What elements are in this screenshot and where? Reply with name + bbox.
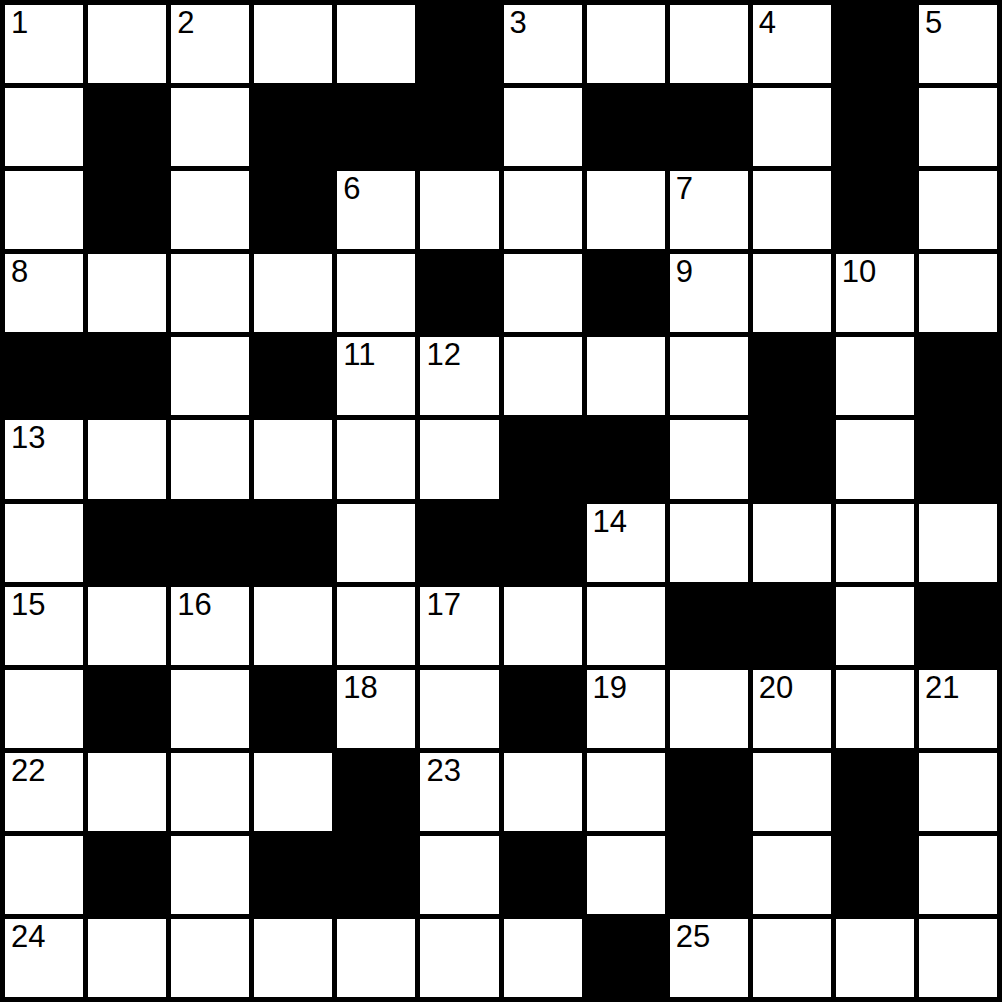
clue-number-22: 22 (11, 755, 45, 788)
block-cell-r9c7 (504, 670, 582, 748)
letter-cell-r4c1[interactable]: 8 (5, 254, 83, 332)
letter-cell-r5c8[interactable] (587, 337, 665, 415)
clue-number-24: 24 (11, 921, 45, 954)
letter-cell-r12c5[interactable] (337, 919, 415, 997)
crossword-grid: 1234567891011121314151617181920212223242… (0, 0, 1002, 1002)
letter-cell-r3c1[interactable] (5, 171, 83, 249)
letter-cell-r3c5[interactable]: 6 (337, 171, 415, 249)
letter-cell-r11c12[interactable] (919, 836, 997, 914)
letter-cell-r3c8[interactable] (587, 171, 665, 249)
block-cell-r3c11 (836, 171, 914, 249)
letter-cell-r8c8[interactable] (587, 587, 665, 665)
letter-cell-r10c12[interactable] (919, 753, 997, 831)
letter-cell-r12c3[interactable] (171, 919, 249, 997)
block-cell-r11c5 (337, 836, 415, 914)
clue-number-19: 19 (593, 672, 627, 705)
letter-cell-r10c3[interactable] (171, 753, 249, 831)
block-cell-r11c2 (88, 836, 166, 914)
letter-cell-r4c5[interactable] (337, 254, 415, 332)
letter-cell-r10c2[interactable] (88, 753, 166, 831)
block-cell-r5c12 (919, 337, 997, 415)
letter-cell-r9c3[interactable] (171, 670, 249, 748)
clue-number-3: 3 (510, 7, 527, 40)
letter-cell-r1c3[interactable]: 2 (171, 5, 249, 83)
letter-cell-r11c10[interactable] (753, 836, 831, 914)
block-cell-r3c2 (88, 171, 166, 249)
block-cell-r5c4 (254, 337, 332, 415)
letter-cell-r6c9[interactable] (670, 420, 748, 498)
block-cell-r8c10 (753, 587, 831, 665)
letter-cell-r6c4[interactable] (254, 420, 332, 498)
block-cell-r2c4 (254, 88, 332, 166)
block-cell-r2c6 (420, 88, 498, 166)
clue-number-23: 23 (426, 755, 460, 788)
letter-cell-r12c4[interactable] (254, 919, 332, 997)
letter-cell-r4c9[interactable]: 9 (670, 254, 748, 332)
letter-cell-r10c8[interactable] (587, 753, 665, 831)
letter-cell-r9c5[interactable]: 18 (337, 670, 415, 748)
letter-cell-r12c10[interactable] (753, 919, 831, 997)
block-cell-r5c1 (5, 337, 83, 415)
letter-cell-r1c7[interactable]: 3 (504, 5, 582, 83)
block-cell-r1c11 (836, 5, 914, 83)
clue-number-12: 12 (426, 339, 460, 372)
letter-cell-r12c9[interactable]: 25 (670, 919, 748, 997)
letter-cell-r3c3[interactable] (171, 171, 249, 249)
clue-number-10: 10 (842, 256, 876, 289)
letter-cell-r4c3[interactable] (171, 254, 249, 332)
letter-cell-r11c3[interactable] (171, 836, 249, 914)
clue-number-1: 1 (11, 7, 28, 40)
block-cell-r4c6 (420, 254, 498, 332)
letter-cell-r8c5[interactable] (337, 587, 415, 665)
letter-cell-r12c6[interactable] (420, 919, 498, 997)
letter-cell-r12c7[interactable] (504, 919, 582, 997)
letter-cell-r10c6[interactable]: 23 (420, 753, 498, 831)
letter-cell-r7c5[interactable] (337, 504, 415, 582)
clue-number-13: 13 (11, 422, 45, 455)
letter-cell-r6c6[interactable] (420, 420, 498, 498)
letter-cell-r2c1[interactable] (5, 88, 83, 166)
letter-cell-r8c6[interactable]: 17 (420, 587, 498, 665)
clue-number-17: 17 (426, 589, 460, 622)
letter-cell-r12c2[interactable] (88, 919, 166, 997)
block-cell-r6c8 (587, 420, 665, 498)
letter-cell-r4c4[interactable] (254, 254, 332, 332)
letter-cell-r1c9[interactable] (670, 5, 748, 83)
block-cell-r5c10 (753, 337, 831, 415)
letter-cell-r4c11[interactable]: 10 (836, 254, 914, 332)
letter-cell-r12c12[interactable] (919, 919, 997, 997)
letter-cell-r12c1[interactable]: 24 (5, 919, 83, 997)
block-cell-r10c5 (337, 753, 415, 831)
block-cell-r12c8 (587, 919, 665, 997)
letter-cell-r12c11[interactable] (836, 919, 914, 997)
clue-number-11: 11 (343, 339, 375, 372)
clue-number-6: 6 (343, 173, 360, 206)
letter-cell-r1c1[interactable]: 1 (5, 5, 83, 83)
letter-cell-r5c6[interactable]: 12 (420, 337, 498, 415)
letter-cell-r1c10[interactable]: 4 (753, 5, 831, 83)
letter-cell-r1c4[interactable] (254, 5, 332, 83)
letter-cell-r7c1[interactable] (5, 504, 83, 582)
block-cell-r2c2 (88, 88, 166, 166)
block-cell-r11c4 (254, 836, 332, 914)
block-cell-r11c9 (670, 836, 748, 914)
letter-cell-r2c10[interactable] (753, 88, 831, 166)
letter-cell-r8c3[interactable]: 16 (171, 587, 249, 665)
block-cell-r11c11 (836, 836, 914, 914)
letter-cell-r8c11[interactable] (836, 587, 914, 665)
letter-cell-r8c2[interactable] (88, 587, 166, 665)
letter-cell-r6c1[interactable]: 13 (5, 420, 83, 498)
letter-cell-r6c2[interactable] (88, 420, 166, 498)
letter-cell-r3c12[interactable] (919, 171, 997, 249)
clue-number-9: 9 (676, 256, 693, 289)
letter-cell-r10c7[interactable] (504, 753, 582, 831)
letter-cell-r3c6[interactable] (420, 171, 498, 249)
letter-cell-r10c10[interactable] (753, 753, 831, 831)
letter-cell-r9c10[interactable]: 20 (753, 670, 831, 748)
block-cell-r7c4 (254, 504, 332, 582)
block-cell-r6c12 (919, 420, 997, 498)
letter-cell-r6c11[interactable] (836, 420, 914, 498)
clue-number-15: 15 (11, 589, 45, 622)
block-cell-r4c8 (587, 254, 665, 332)
letter-cell-r3c10[interactable] (753, 171, 831, 249)
letter-cell-r1c8[interactable] (587, 5, 665, 83)
letter-cell-r5c7[interactable] (504, 337, 582, 415)
block-cell-r6c7 (504, 420, 582, 498)
block-cell-r7c6 (420, 504, 498, 582)
letter-cell-r5c11[interactable] (836, 337, 914, 415)
letter-cell-r5c3[interactable] (171, 337, 249, 415)
block-cell-r10c9 (670, 753, 748, 831)
clue-number-18: 18 (343, 672, 377, 705)
block-cell-r2c11 (836, 88, 914, 166)
letter-cell-r4c10[interactable] (753, 254, 831, 332)
letter-cell-r1c5[interactable] (337, 5, 415, 83)
block-cell-r7c3 (171, 504, 249, 582)
block-cell-r7c2 (88, 504, 166, 582)
letter-cell-r11c1[interactable] (5, 836, 83, 914)
clue-number-2: 2 (177, 7, 194, 40)
letter-cell-r3c9[interactable]: 7 (670, 171, 748, 249)
clue-number-4: 4 (759, 7, 776, 40)
block-cell-r10c11 (836, 753, 914, 831)
letter-cell-r9c1[interactable] (5, 670, 83, 748)
letter-cell-r5c5[interactable]: 11 (337, 337, 415, 415)
letter-cell-r10c1[interactable]: 22 (5, 753, 83, 831)
letter-cell-r8c7[interactable] (504, 587, 582, 665)
letter-cell-r10c4[interactable] (254, 753, 332, 831)
letter-cell-r11c6[interactable] (420, 836, 498, 914)
letter-cell-r7c10[interactable] (753, 504, 831, 582)
clue-number-14: 14 (593, 506, 627, 539)
letter-cell-r2c3[interactable] (171, 88, 249, 166)
letter-cell-r7c9[interactable] (670, 504, 748, 582)
letter-cell-r8c4[interactable] (254, 587, 332, 665)
letter-cell-r2c7[interactable] (504, 88, 582, 166)
block-cell-r8c12 (919, 587, 997, 665)
letter-cell-r6c3[interactable] (171, 420, 249, 498)
block-cell-r3c4 (254, 171, 332, 249)
letter-cell-r1c2[interactable] (88, 5, 166, 83)
letter-cell-r2c12[interactable] (919, 88, 997, 166)
letter-cell-r3c7[interactable] (504, 171, 582, 249)
clue-number-20: 20 (759, 672, 793, 705)
letter-cell-r7c12[interactable] (919, 504, 997, 582)
letter-cell-r9c6[interactable] (420, 670, 498, 748)
clue-number-8: 8 (11, 256, 28, 289)
letter-cell-r1c12[interactable]: 5 (919, 5, 997, 83)
clue-number-16: 16 (177, 589, 211, 622)
letter-cell-r9c8[interactable]: 19 (587, 670, 665, 748)
clue-number-21: 21 (925, 672, 959, 705)
letter-cell-r9c12[interactable]: 21 (919, 670, 997, 748)
letter-cell-r8c1[interactable]: 15 (5, 587, 83, 665)
block-cell-r7c7 (504, 504, 582, 582)
block-cell-r9c2 (88, 670, 166, 748)
block-cell-r9c4 (254, 670, 332, 748)
letter-cell-r4c2[interactable] (88, 254, 166, 332)
letter-cell-r6c5[interactable] (337, 420, 415, 498)
letter-cell-r11c8[interactable] (587, 836, 665, 914)
block-cell-r1c6 (420, 5, 498, 83)
block-cell-r2c5 (337, 88, 415, 166)
letter-cell-r7c11[interactable] (836, 504, 914, 582)
letter-cell-r4c7[interactable] (504, 254, 582, 332)
letter-cell-r5c9[interactable] (670, 337, 748, 415)
block-cell-r11c7 (504, 836, 582, 914)
clue-number-5: 5 (925, 7, 942, 40)
block-cell-r2c8 (587, 88, 665, 166)
clue-number-7: 7 (676, 173, 693, 206)
letter-cell-r9c9[interactable] (670, 670, 748, 748)
clue-number-25: 25 (676, 921, 710, 954)
block-cell-r6c10 (753, 420, 831, 498)
block-cell-r5c2 (88, 337, 166, 415)
block-cell-r2c9 (670, 88, 748, 166)
letter-cell-r4c12[interactable] (919, 254, 997, 332)
letter-cell-r7c8[interactable]: 14 (587, 504, 665, 582)
block-cell-r8c9 (670, 587, 748, 665)
letter-cell-r9c11[interactable] (836, 670, 914, 748)
